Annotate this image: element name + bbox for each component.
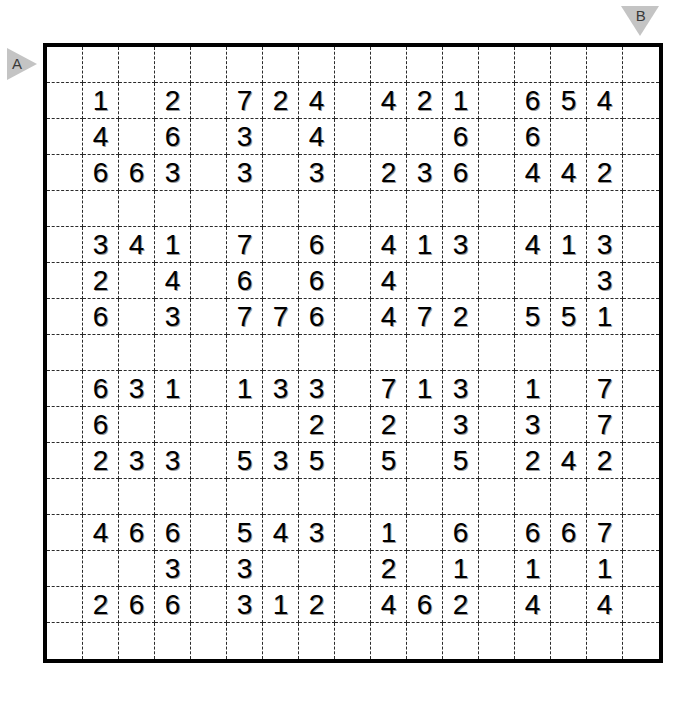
- clue-cell-r8c10[interactable]: 4: [371, 299, 407, 335]
- cell-r9c11[interactable]: [407, 335, 443, 371]
- clue-cell-r4c8[interactable]: 3: [299, 155, 335, 191]
- cell-r9c5[interactable]: [191, 335, 227, 371]
- cell-r7c5[interactable]: [191, 263, 227, 299]
- cell-r1c4[interactable]: [155, 47, 191, 83]
- cell-r5c16[interactable]: [587, 191, 623, 227]
- cell-r13c7[interactable]: [263, 479, 299, 515]
- cell-r14c13[interactable]: [479, 515, 515, 551]
- clue-cell-r14c3[interactable]: 6: [119, 515, 155, 551]
- cell-r1c8[interactable]: [299, 47, 335, 83]
- clue-cell-r4c4[interactable]: 3: [155, 155, 191, 191]
- clue-cell-r2c7[interactable]: 2: [263, 83, 299, 119]
- clue-cell-r3c14[interactable]: 6: [515, 119, 551, 155]
- clue-cell-r6c14[interactable]: 4: [515, 227, 551, 263]
- clue-cell-r10c14[interactable]: 1: [515, 371, 551, 407]
- clue-cell-r16c11[interactable]: 6: [407, 587, 443, 623]
- cell-r10c15[interactable]: [551, 371, 587, 407]
- clue-cell-r8c2[interactable]: 6: [83, 299, 119, 335]
- cell-r8c1[interactable]: [47, 299, 83, 335]
- cell-r13c17[interactable]: [623, 479, 659, 515]
- clue-cell-r14c6[interactable]: 5: [227, 515, 263, 551]
- clue-cell-r16c4[interactable]: 6: [155, 587, 191, 623]
- cell-r9c8[interactable]: [299, 335, 335, 371]
- clue-cell-r14c4[interactable]: 6: [155, 515, 191, 551]
- cell-r6c7[interactable]: [263, 227, 299, 263]
- cell-r17c14[interactable]: [515, 623, 551, 659]
- clue-cell-r8c7[interactable]: 7: [263, 299, 299, 335]
- cell-r3c1[interactable]: [47, 119, 83, 155]
- cell-r5c11[interactable]: [407, 191, 443, 227]
- cell-r1c11[interactable]: [407, 47, 443, 83]
- cell-r11c1[interactable]: [47, 407, 83, 443]
- cell-r9c1[interactable]: [47, 335, 83, 371]
- cell-r7c7[interactable]: [263, 263, 299, 299]
- cell-r1c12[interactable]: [443, 47, 479, 83]
- cell-r3c17[interactable]: [623, 119, 659, 155]
- clue-cell-r8c15[interactable]: 5: [551, 299, 587, 335]
- cell-r9c16[interactable]: [587, 335, 623, 371]
- cell-r17c8[interactable]: [299, 623, 335, 659]
- cell-r10c9[interactable]: [335, 371, 371, 407]
- clue-cell-r15c10[interactable]: 2: [371, 551, 407, 587]
- cell-r8c5[interactable]: [191, 299, 227, 335]
- clue-cell-r4c3[interactable]: 6: [119, 155, 155, 191]
- cell-r13c6[interactable]: [227, 479, 263, 515]
- clue-cell-r10c6[interactable]: 1: [227, 371, 263, 407]
- cell-r15c3[interactable]: [119, 551, 155, 587]
- state-marker-a-label: A: [12, 55, 22, 72]
- cell-r17c1[interactable]: [47, 623, 83, 659]
- cell-r13c3[interactable]: [119, 479, 155, 515]
- cell-r15c9[interactable]: [335, 551, 371, 587]
- cell-r11c5[interactable]: [191, 407, 227, 443]
- cell-r12c11[interactable]: [407, 443, 443, 479]
- clue-cell-r11c16[interactable]: 7: [587, 407, 623, 443]
- clue-cell-r14c12[interactable]: 6: [443, 515, 479, 551]
- cell-r5c13[interactable]: [479, 191, 515, 227]
- cell-r3c16[interactable]: [587, 119, 623, 155]
- clue-cell-r12c10[interactable]: 5: [371, 443, 407, 479]
- cell-r17c7[interactable]: [263, 623, 299, 659]
- cell-r3c15[interactable]: [551, 119, 587, 155]
- clue-cell-r2c15[interactable]: 5: [551, 83, 587, 119]
- cell-r1c1[interactable]: [47, 47, 83, 83]
- clue-cell-r6c2[interactable]: 3: [83, 227, 119, 263]
- clue-cell-r6c16[interactable]: 3: [587, 227, 623, 263]
- cell-r17c6[interactable]: [227, 623, 263, 659]
- cell-r7c14[interactable]: [515, 263, 551, 299]
- cell-r11c9[interactable]: [335, 407, 371, 443]
- clue-cell-r10c2[interactable]: 6: [83, 371, 119, 407]
- clue-cell-r12c7[interactable]: 3: [263, 443, 299, 479]
- cell-r15c15[interactable]: [551, 551, 587, 587]
- cell-r2c3[interactable]: [119, 83, 155, 119]
- cell-r3c7[interactable]: [263, 119, 299, 155]
- cell-r6c13[interactable]: [479, 227, 515, 263]
- cell-r4c7[interactable]: [263, 155, 299, 191]
- clue-cell-r10c11[interactable]: 1: [407, 371, 443, 407]
- cell-r14c9[interactable]: [335, 515, 371, 551]
- cell-r4c13[interactable]: [479, 155, 515, 191]
- cell-r6c5[interactable]: [191, 227, 227, 263]
- cell-r4c17[interactable]: [623, 155, 659, 191]
- cell-r1c10[interactable]: [371, 47, 407, 83]
- cell-r4c1[interactable]: [47, 155, 83, 191]
- cell-r14c5[interactable]: [191, 515, 227, 551]
- cell-r1c3[interactable]: [119, 47, 155, 83]
- cell-r12c1[interactable]: [47, 443, 83, 479]
- clue-cell-r10c3[interactable]: 3: [119, 371, 155, 407]
- cell-r8c13[interactable]: [479, 299, 515, 335]
- clue-cell-r16c14[interactable]: 4: [515, 587, 551, 623]
- clue-cell-r10c16[interactable]: 7: [587, 371, 623, 407]
- clue-cell-r12c12[interactable]: 5: [443, 443, 479, 479]
- cell-r10c5[interactable]: [191, 371, 227, 407]
- cell-r13c8[interactable]: [299, 479, 335, 515]
- clue-cell-r6c15[interactable]: 1: [551, 227, 587, 263]
- cell-r2c13[interactable]: [479, 83, 515, 119]
- cell-r15c13[interactable]: [479, 551, 515, 587]
- cell-r8c3[interactable]: [119, 299, 155, 335]
- cell-r4c5[interactable]: [191, 155, 227, 191]
- cell-r5c12[interactable]: [443, 191, 479, 227]
- clue-cell-r16c6[interactable]: 3: [227, 587, 263, 623]
- clue-cell-r12c16[interactable]: 2: [587, 443, 623, 479]
- cell-r13c11[interactable]: [407, 479, 443, 515]
- clue-cell-r7c16[interactable]: 3: [587, 263, 623, 299]
- cell-r9c13[interactable]: [479, 335, 515, 371]
- cell-r5c6[interactable]: [227, 191, 263, 227]
- clue-cell-r11c2[interactable]: 6: [83, 407, 119, 443]
- clue-cell-r4c14[interactable]: 4: [515, 155, 551, 191]
- cell-r2c9[interactable]: [335, 83, 371, 119]
- cell-r15c17[interactable]: [623, 551, 659, 587]
- cell-r11c15[interactable]: [551, 407, 587, 443]
- clue-cell-r6c11[interactable]: 1: [407, 227, 443, 263]
- cell-r5c14[interactable]: [515, 191, 551, 227]
- clue-cell-r7c10[interactable]: 4: [371, 263, 407, 299]
- cell-r15c8[interactable]: [299, 551, 335, 587]
- puzzle-page: A B 127244216544634666633323644234176413…: [0, 0, 698, 701]
- clue-cell-r16c16[interactable]: 4: [587, 587, 623, 623]
- cell-r3c10[interactable]: [371, 119, 407, 155]
- cell-r13c10[interactable]: [371, 479, 407, 515]
- cell-r15c5[interactable]: [191, 551, 227, 587]
- cell-r5c5[interactable]: [191, 191, 227, 227]
- cell-r17c12[interactable]: [443, 623, 479, 659]
- clue-cell-r16c8[interactable]: 2: [299, 587, 335, 623]
- cell-r17c5[interactable]: [191, 623, 227, 659]
- clue-cell-r4c11[interactable]: 3: [407, 155, 443, 191]
- cell-r5c10[interactable]: [371, 191, 407, 227]
- clue-cell-r2c8[interactable]: 4: [299, 83, 335, 119]
- cell-r8c9[interactable]: [335, 299, 371, 335]
- clue-cell-r2c14[interactable]: 6: [515, 83, 551, 119]
- clue-cell-r6c6[interactable]: 7: [227, 227, 263, 263]
- clue-cell-r11c12[interactable]: 3: [443, 407, 479, 443]
- clue-cell-r8c16[interactable]: 1: [587, 299, 623, 335]
- clue-cell-r2c2[interactable]: 1: [83, 83, 119, 119]
- clue-cell-r12c14[interactable]: 2: [515, 443, 551, 479]
- cell-r9c3[interactable]: [119, 335, 155, 371]
- clue-cell-r7c6[interactable]: 6: [227, 263, 263, 299]
- cell-r13c1[interactable]: [47, 479, 83, 515]
- cell-r11c17[interactable]: [623, 407, 659, 443]
- cell-r5c17[interactable]: [623, 191, 659, 227]
- cell-r9c9[interactable]: [335, 335, 371, 371]
- clue-cell-r2c12[interactable]: 1: [443, 83, 479, 119]
- cell-r5c7[interactable]: [263, 191, 299, 227]
- cell-r11c13[interactable]: [479, 407, 515, 443]
- clue-cell-r4c2[interactable]: 6: [83, 155, 119, 191]
- cell-r1c7[interactable]: [263, 47, 299, 83]
- cell-r3c9[interactable]: [335, 119, 371, 155]
- clue-cell-r16c2[interactable]: 2: [83, 587, 119, 623]
- cell-r3c11[interactable]: [407, 119, 443, 155]
- cell-r15c7[interactable]: [263, 551, 299, 587]
- cell-r11c3[interactable]: [119, 407, 155, 443]
- clue-cell-r12c15[interactable]: 4: [551, 443, 587, 479]
- clue-cell-r12c4[interactable]: 3: [155, 443, 191, 479]
- clue-cell-r12c6[interactable]: 5: [227, 443, 263, 479]
- cell-r13c5[interactable]: [191, 479, 227, 515]
- cell-r17c3[interactable]: [119, 623, 155, 659]
- cell-r10c1[interactable]: [47, 371, 83, 407]
- cell-r16c13[interactable]: [479, 587, 515, 623]
- cell-r5c9[interactable]: [335, 191, 371, 227]
- cell-r3c3[interactable]: [119, 119, 155, 155]
- clue-cell-r15c14[interactable]: 1: [515, 551, 551, 587]
- clue-cell-r3c8[interactable]: 4: [299, 119, 335, 155]
- cell-r16c5[interactable]: [191, 587, 227, 623]
- cell-r13c2[interactable]: [83, 479, 119, 515]
- clue-cell-r7c8[interactable]: 6: [299, 263, 335, 299]
- cell-r9c4[interactable]: [155, 335, 191, 371]
- cell-r13c14[interactable]: [515, 479, 551, 515]
- cell-r9c12[interactable]: [443, 335, 479, 371]
- cell-r17c10[interactable]: [371, 623, 407, 659]
- cell-r11c6[interactable]: [227, 407, 263, 443]
- cell-r9c17[interactable]: [623, 335, 659, 371]
- cell-r13c13[interactable]: [479, 479, 515, 515]
- clue-cell-r14c10[interactable]: 1: [371, 515, 407, 551]
- clue-cell-r8c8[interactable]: 6: [299, 299, 335, 335]
- clue-cell-r15c4[interactable]: 3: [155, 551, 191, 587]
- cell-r5c8[interactable]: [299, 191, 335, 227]
- clue-cell-r12c2[interactable]: 2: [83, 443, 119, 479]
- cell-r5c3[interactable]: [119, 191, 155, 227]
- cell-r11c7[interactable]: [263, 407, 299, 443]
- cell-r5c15[interactable]: [551, 191, 587, 227]
- clue-cell-r8c14[interactable]: 5: [515, 299, 551, 335]
- cell-r8c17[interactable]: [623, 299, 659, 335]
- state-marker-a-button[interactable]: A: [7, 48, 37, 80]
- clue-cell-r6c10[interactable]: 4: [371, 227, 407, 263]
- cell-r9c7[interactable]: [263, 335, 299, 371]
- clue-cell-r15c6[interactable]: 3: [227, 551, 263, 587]
- cell-r1c13[interactable]: [479, 47, 515, 83]
- cell-r14c1[interactable]: [47, 515, 83, 551]
- clue-cell-r15c12[interactable]: 1: [443, 551, 479, 587]
- clue-cell-r2c4[interactable]: 2: [155, 83, 191, 119]
- cell-r9c6[interactable]: [227, 335, 263, 371]
- cell-r9c15[interactable]: [551, 335, 587, 371]
- cell-r1c9[interactable]: [335, 47, 371, 83]
- cell-r3c13[interactable]: [479, 119, 515, 155]
- cell-r17c11[interactable]: [407, 623, 443, 659]
- clue-cell-r10c7[interactable]: 3: [263, 371, 299, 407]
- cell-r17c16[interactable]: [587, 623, 623, 659]
- clue-cell-r11c8[interactable]: 2: [299, 407, 335, 443]
- clue-cell-r3c4[interactable]: 6: [155, 119, 191, 155]
- cell-r7c13[interactable]: [479, 263, 515, 299]
- cell-r14c11[interactable]: [407, 515, 443, 551]
- state-marker-b-label: B: [636, 7, 646, 24]
- cell-r1c2[interactable]: [83, 47, 119, 83]
- cell-r1c16[interactable]: [587, 47, 623, 83]
- cell-r1c15[interactable]: [551, 47, 587, 83]
- clue-cell-r10c4[interactable]: 1: [155, 371, 191, 407]
- clue-cell-r3c12[interactable]: 6: [443, 119, 479, 155]
- clue-cell-r11c10[interactable]: 2: [371, 407, 407, 443]
- cell-r12c9[interactable]: [335, 443, 371, 479]
- cell-r2c17[interactable]: [623, 83, 659, 119]
- clue-cell-r7c4[interactable]: 4: [155, 263, 191, 299]
- cell-r10c13[interactable]: [479, 371, 515, 407]
- clue-cell-r14c2[interactable]: 4: [83, 515, 119, 551]
- cell-r13c9[interactable]: [335, 479, 371, 515]
- cell-r13c16[interactable]: [587, 479, 623, 515]
- cell-r9c2[interactable]: [83, 335, 119, 371]
- clue-cell-r4c16[interactable]: 2: [587, 155, 623, 191]
- cell-r16c9[interactable]: [335, 587, 371, 623]
- cell-r17c2[interactable]: [83, 623, 119, 659]
- clue-cell-r4c6[interactable]: 3: [227, 155, 263, 191]
- cell-r12c5[interactable]: [191, 443, 227, 479]
- cell-r5c4[interactable]: [155, 191, 191, 227]
- cell-r7c1[interactable]: [47, 263, 83, 299]
- clue-cell-r6c3[interactable]: 4: [119, 227, 155, 263]
- puzzle-board: 1272442165446346666333236442341764134132…: [43, 43, 663, 663]
- cell-r2c5[interactable]: [191, 83, 227, 119]
- cell-r16c1[interactable]: [47, 587, 83, 623]
- cell-r16c15[interactable]: [551, 587, 587, 623]
- cell-r13c4[interactable]: [155, 479, 191, 515]
- cell-r7c15[interactable]: [551, 263, 587, 299]
- clue-cell-r12c8[interactable]: 5: [299, 443, 335, 479]
- cell-r7c12[interactable]: [443, 263, 479, 299]
- cell-r6c1[interactable]: [47, 227, 83, 263]
- clue-cell-r4c10[interactable]: 2: [371, 155, 407, 191]
- clue-cell-r10c8[interactable]: 3: [299, 371, 335, 407]
- clue-cell-r14c7[interactable]: 4: [263, 515, 299, 551]
- clue-cell-r6c12[interactable]: 3: [443, 227, 479, 263]
- clue-cell-r10c10[interactable]: 7: [371, 371, 407, 407]
- cell-r16c17[interactable]: [623, 587, 659, 623]
- cell-r7c11[interactable]: [407, 263, 443, 299]
- cell-r7c3[interactable]: [119, 263, 155, 299]
- cell-r17c13[interactable]: [479, 623, 515, 659]
- cell-r10c17[interactable]: [623, 371, 659, 407]
- clue-cell-r3c6[interactable]: 3: [227, 119, 263, 155]
- clue-cell-r16c12[interactable]: 2: [443, 587, 479, 623]
- clue-cell-r14c16[interactable]: 7: [587, 515, 623, 551]
- clue-cell-r3c2[interactable]: 4: [83, 119, 119, 155]
- clue-cell-r7c2[interactable]: 2: [83, 263, 119, 299]
- cell-r1c17[interactable]: [623, 47, 659, 83]
- cell-r17c4[interactable]: [155, 623, 191, 659]
- cell-r4c9[interactable]: [335, 155, 371, 191]
- cell-r3c5[interactable]: [191, 119, 227, 155]
- cell-r13c12[interactable]: [443, 479, 479, 515]
- clue-cell-r12c3[interactable]: 3: [119, 443, 155, 479]
- clue-cell-r15c16[interactable]: 1: [587, 551, 623, 587]
- clue-cell-r14c8[interactable]: 3: [299, 515, 335, 551]
- clue-cell-r4c12[interactable]: 6: [443, 155, 479, 191]
- clue-cell-r2c11[interactable]: 2: [407, 83, 443, 119]
- cell-r15c1[interactable]: [47, 551, 83, 587]
- cell-r11c11[interactable]: [407, 407, 443, 443]
- clue-cell-r6c4[interactable]: 1: [155, 227, 191, 263]
- clue-cell-r16c3[interactable]: 6: [119, 587, 155, 623]
- clue-cell-r8c12[interactable]: 2: [443, 299, 479, 335]
- cell-r11c4[interactable]: [155, 407, 191, 443]
- clue-cell-r8c6[interactable]: 7: [227, 299, 263, 335]
- cell-r12c17[interactable]: [623, 443, 659, 479]
- clue-cell-r2c6[interactable]: 7: [227, 83, 263, 119]
- clue-cell-r2c10[interactable]: 4: [371, 83, 407, 119]
- cell-r15c2[interactable]: [83, 551, 119, 587]
- clue-cell-r10c12[interactable]: 3: [443, 371, 479, 407]
- clue-cell-r6c8[interactable]: 6: [299, 227, 335, 263]
- clue-cell-r8c4[interactable]: 3: [155, 299, 191, 335]
- state-marker-b-button[interactable]: B: [621, 6, 659, 36]
- cell-r1c5[interactable]: [191, 47, 227, 83]
- cell-r6c17[interactable]: [623, 227, 659, 263]
- clue-cell-r4c15[interactable]: 4: [551, 155, 587, 191]
- clue-cell-r2c16[interactable]: 4: [587, 83, 623, 119]
- clue-cell-r8c11[interactable]: 7: [407, 299, 443, 335]
- cell-r12c13[interactable]: [479, 443, 515, 479]
- cell-r9c14[interactable]: [515, 335, 551, 371]
- cell-r13c15[interactable]: [551, 479, 587, 515]
- cell-r14c17[interactable]: [623, 515, 659, 551]
- clue-cell-r16c7[interactable]: 1: [263, 587, 299, 623]
- clue-cell-r14c15[interactable]: 6: [551, 515, 587, 551]
- cell-r17c15[interactable]: [551, 623, 587, 659]
- cell-r9c10[interactable]: [371, 335, 407, 371]
- cell-r2c1[interactable]: [47, 83, 83, 119]
- cell-r17c9[interactable]: [335, 623, 371, 659]
- clue-cell-r14c14[interactable]: 6: [515, 515, 551, 551]
- cell-r15c11[interactable]: [407, 551, 443, 587]
- cell-r7c17[interactable]: [623, 263, 659, 299]
- cell-r1c14[interactable]: [515, 47, 551, 83]
- cell-r7c9[interactable]: [335, 263, 371, 299]
- cell-r6c9[interactable]: [335, 227, 371, 263]
- cell-r17c17[interactable]: [623, 623, 659, 659]
- clue-cell-r11c14[interactable]: 3: [515, 407, 551, 443]
- cell-r5c2[interactable]: [83, 191, 119, 227]
- cell-r5c1[interactable]: [47, 191, 83, 227]
- cell-r1c6[interactable]: [227, 47, 263, 83]
- clue-cell-r16c10[interactable]: 4: [371, 587, 407, 623]
